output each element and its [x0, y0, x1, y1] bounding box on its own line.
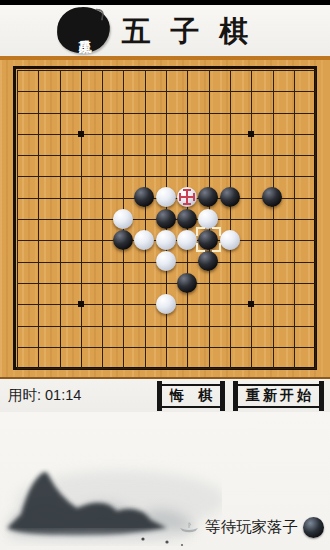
- turn-status: 等待玩家落子: [178, 517, 324, 538]
- black-stone: [134, 187, 154, 207]
- black-turn-stone-icon: [303, 517, 324, 538]
- bottom-panel: 等待玩家落子: [0, 412, 330, 550]
- elapsed-time-value: 01:14: [45, 387, 81, 403]
- black-stone: [198, 251, 218, 271]
- control-bar: 用时:01:14 悔棋 重新开始: [0, 379, 330, 412]
- app-title: 五子棋: [0, 5, 330, 56]
- elapsed-time: 用时:01:14: [8, 386, 81, 405]
- board-intersections[interactable]: [6, 59, 325, 378]
- black-stone: [177, 209, 197, 229]
- white-stone: [134, 230, 154, 250]
- black-stone: [156, 209, 176, 229]
- board-section: [0, 56, 330, 379]
- app-header: 五子棋 疏星: [0, 5, 330, 56]
- black-stone: [198, 187, 218, 207]
- black-stone: [220, 187, 240, 207]
- white-stone: [156, 230, 176, 250]
- last-move-crosshair-marker: [179, 189, 195, 205]
- white-stone: [177, 230, 197, 250]
- elapsed-time-label: 用时:: [8, 387, 41, 403]
- restart-button[interactable]: 重新开始: [236, 384, 321, 408]
- boat-icon: [178, 521, 200, 534]
- undo-button[interactable]: 悔棋: [160, 384, 222, 408]
- white-stone: [156, 294, 176, 314]
- black-stone: [177, 273, 197, 293]
- status-message: 等待玩家落子: [205, 517, 298, 538]
- selection-brackets-marker: [196, 227, 221, 252]
- white-stone: [156, 187, 176, 207]
- black-stone: [113, 230, 133, 250]
- black-stone: [262, 187, 282, 207]
- white-stone: [113, 209, 133, 229]
- white-stone: [220, 230, 240, 250]
- white-stone: [198, 209, 218, 229]
- logo-text: 疏星: [77, 29, 91, 32]
- white-stone: [156, 251, 176, 271]
